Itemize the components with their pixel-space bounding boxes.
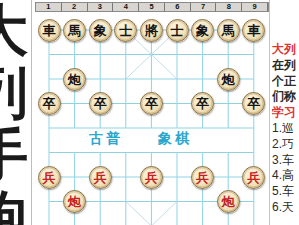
text-line: 6.天: [272, 200, 299, 216]
red-piece-兵[interactable]: 兵: [89, 166, 112, 189]
text-line: 4.高: [272, 168, 299, 184]
black-piece-車[interactable]: 車: [38, 19, 61, 42]
title-char: 列: [0, 62, 29, 124]
lesson-text-panel: 大列在列个正们称学习1.巡2.巧3.车4.高5.车6.天: [272, 42, 299, 216]
heading-line: 学习: [272, 105, 299, 121]
red-piece-兵[interactable]: 兵: [38, 166, 61, 189]
red-piece-兵[interactable]: 兵: [140, 166, 163, 189]
red-piece-炮[interactable]: 炮: [217, 190, 240, 213]
slide-view: 大列手炮 123456789 古普 象棋 車馬象士將士象馬車炮炮卒卒卒卒卒兵兵兵…: [0, 0, 299, 225]
red-piece-兵[interactable]: 兵: [191, 166, 214, 189]
black-piece-炮[interactable]: 炮: [63, 68, 86, 91]
black-piece-士[interactable]: 士: [166, 19, 189, 42]
title-char: 手: [0, 124, 29, 186]
black-piece-馬[interactable]: 馬: [217, 19, 240, 42]
black-piece-馬[interactable]: 馬: [63, 19, 86, 42]
text-line: 1.巡: [272, 121, 299, 137]
text-line: 3.车: [272, 153, 299, 169]
text-line: 在列: [272, 58, 299, 74]
river-text-left: 古普: [89, 130, 123, 148]
text-line: 2.巧: [272, 137, 299, 153]
text-line: 个正: [272, 74, 299, 90]
black-piece-象[interactable]: 象: [89, 19, 112, 42]
black-piece-卒[interactable]: 卒: [38, 92, 61, 115]
red-piece-兵[interactable]: 兵: [242, 166, 265, 189]
black-piece-車[interactable]: 車: [242, 19, 265, 42]
xiangqi-board-panel: 123456789 古普 象棋 車馬象士將士象馬車炮炮卒卒卒卒卒兵兵兵兵兵炮炮: [31, 0, 270, 225]
black-piece-士[interactable]: 士: [114, 19, 137, 42]
vertical-title-clipped: 大列手炮: [0, 0, 31, 225]
black-piece-將[interactable]: 將: [140, 19, 163, 42]
title-char: 炮: [0, 186, 29, 225]
text-line: 5.车: [272, 184, 299, 200]
title-char: 大: [0, 0, 29, 62]
black-piece-卒[interactable]: 卒: [140, 92, 163, 115]
black-piece-炮[interactable]: 炮: [217, 68, 240, 91]
heading-line: 大列: [272, 42, 299, 58]
text-line: 们称: [272, 89, 299, 105]
black-piece-象[interactable]: 象: [191, 19, 214, 42]
black-piece-卒[interactable]: 卒: [89, 92, 112, 115]
red-piece-炮[interactable]: 炮: [63, 190, 86, 213]
black-piece-卒[interactable]: 卒: [191, 92, 214, 115]
river-text-right: 象棋: [158, 130, 192, 148]
